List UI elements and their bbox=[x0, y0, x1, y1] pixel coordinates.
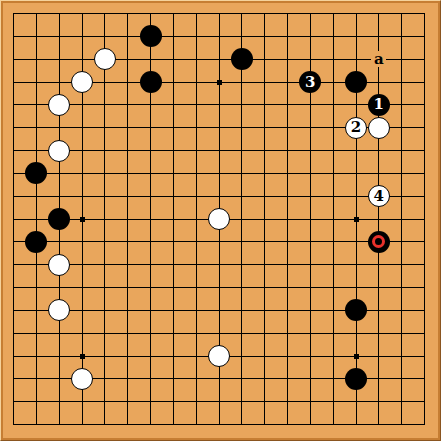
move-number-2: 2 bbox=[351, 120, 361, 135]
black-stone-gd bbox=[140, 71, 162, 93]
black-stone-pn bbox=[345, 299, 367, 321]
white-stone-cl bbox=[48, 254, 70, 276]
white-stone-jp bbox=[208, 345, 230, 367]
star-point bbox=[80, 217, 85, 222]
point-label-a: a bbox=[371, 51, 386, 67]
move-number-3: 3 bbox=[305, 75, 315, 90]
white-stone-qi: 4 bbox=[368, 185, 390, 207]
black-stone-bk bbox=[25, 231, 47, 253]
white-stone-jj bbox=[208, 208, 230, 230]
black-stone-pd bbox=[345, 71, 367, 93]
star-point bbox=[354, 354, 359, 359]
white-stone-pf: 2 bbox=[345, 117, 367, 139]
star-point bbox=[354, 217, 359, 222]
black-stone-pq bbox=[345, 368, 367, 390]
goban: a 3124 bbox=[0, 0, 441, 441]
white-stone-dd bbox=[71, 71, 93, 93]
black-stone-qe: 1 bbox=[368, 94, 390, 116]
move-number-4: 4 bbox=[374, 189, 384, 204]
white-stone-cg bbox=[48, 140, 70, 162]
black-stone-cj bbox=[48, 208, 70, 230]
white-stone-ec bbox=[94, 48, 116, 70]
black-stone-bh bbox=[25, 162, 47, 184]
white-stone-qf bbox=[368, 117, 390, 139]
black-stone-gb bbox=[140, 25, 162, 47]
move-number-1: 1 bbox=[374, 97, 384, 112]
star-point bbox=[217, 80, 222, 85]
black-stone-nd: 3 bbox=[299, 71, 321, 93]
star-point bbox=[80, 354, 85, 359]
black-stone-qk bbox=[368, 231, 390, 253]
white-stone-cn bbox=[48, 299, 70, 321]
white-stone-dq bbox=[71, 368, 93, 390]
white-stone-ce bbox=[48, 94, 70, 116]
circle-marker bbox=[372, 235, 385, 248]
black-stone-kc bbox=[231, 48, 253, 70]
